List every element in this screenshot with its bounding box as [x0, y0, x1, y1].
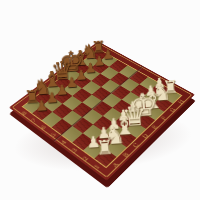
piece-black-pawn: ♟ [35, 98, 49, 113]
piece-white-rook: ♜ [95, 137, 114, 158]
scene: 12345678 ABCDEFGH ♜♞♝♛♚♝♞♜♟♟♟♟♟♟♟♟♟♟♟♟♟♟… [0, 0, 200, 200]
chess-set-photo: 12345678 ABCDEFGH ♜♞♝♛♚♝♞♜♟♟♟♟♟♟♟♟♟♟♟♟♟♟… [0, 0, 200, 200]
chess-board: 12345678 ABCDEFGH ♜♞♝♛♚♝♞♜♟♟♟♟♟♟♟♟♟♟♟♟♟♟… [9, 41, 195, 180]
